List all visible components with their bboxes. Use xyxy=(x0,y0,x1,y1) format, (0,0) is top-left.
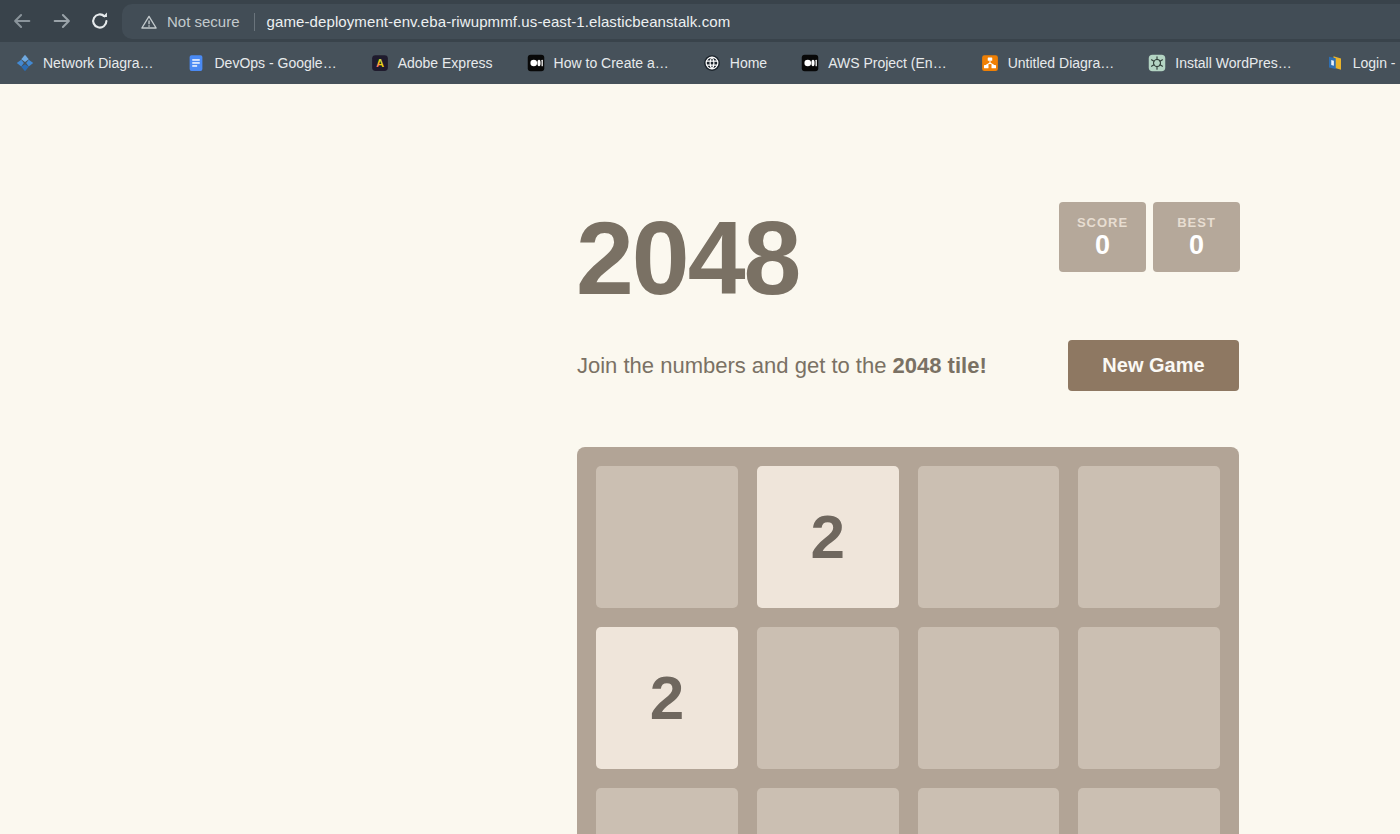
bookmark-devops-google[interactable]: DevOps - Google… xyxy=(187,54,336,72)
bookmark-network-diagram[interactable]: Network Diagra… xyxy=(16,54,153,72)
bookmark-label: Untitled Diagra… xyxy=(1008,55,1115,71)
bookmark-label: DevOps - Google… xyxy=(214,55,336,71)
bookmark-label: How to Create a… xyxy=(554,55,669,71)
game-board: 2 2 xyxy=(577,447,1239,834)
login-icon xyxy=(1326,54,1344,72)
drawio-icon xyxy=(981,54,999,72)
reload-icon xyxy=(89,10,111,32)
board-cell xyxy=(1078,627,1220,769)
address-divider xyxy=(254,13,255,31)
medium-icon xyxy=(527,54,545,72)
game-subtitle: Join the numbers and get to the 2048 til… xyxy=(577,353,987,379)
bookmark-untitled-diagram[interactable]: Untitled Diagra… xyxy=(981,54,1115,72)
bookmark-label: Adobe Express xyxy=(398,55,493,71)
network-diagram-icon xyxy=(16,54,34,72)
subtitle-text: Join the numbers and get to the xyxy=(577,353,893,378)
bookmark-install-wordpress[interactable]: Install WordPres… xyxy=(1148,54,1291,72)
browser-chrome: Not secure game-deployment-env.eba-riwup… xyxy=(0,0,1400,84)
svg-text:A: A xyxy=(376,57,384,69)
new-game-button[interactable]: New Game xyxy=(1068,340,1239,391)
game-page: 2048 SCORE 0 BEST 0 Join the numbers and… xyxy=(0,84,1400,834)
board-cell xyxy=(918,627,1060,769)
board-cell xyxy=(918,788,1060,834)
score-label: SCORE xyxy=(1077,215,1128,230)
best-value: 0 xyxy=(1189,230,1204,261)
board-cell: 2 xyxy=(757,466,899,608)
board-cell xyxy=(596,788,738,834)
board-cell xyxy=(1078,466,1220,608)
board-cell xyxy=(596,466,738,608)
bookmark-label: Install WordPres… xyxy=(1175,55,1291,71)
board-cell xyxy=(757,627,899,769)
chatgpt-icon xyxy=(1148,54,1166,72)
forward-button[interactable] xyxy=(48,7,76,35)
reload-button[interactable] xyxy=(86,7,114,35)
bookmark-adobe-express[interactable]: A Adobe Express xyxy=(371,54,493,72)
browser-toolbar: Not secure game-deployment-env.eba-riwup… xyxy=(0,0,1400,42)
bookmark-aws-project[interactable]: AWS Project (En… xyxy=(801,54,947,72)
bookmark-home[interactable]: Home xyxy=(703,54,767,72)
back-button[interactable] xyxy=(8,7,36,35)
security-label: Not secure xyxy=(167,13,240,30)
bookmark-label: Network Diagra… xyxy=(43,55,153,71)
medium-icon xyxy=(801,54,819,72)
adobe-express-icon: A xyxy=(371,54,389,72)
board-cell xyxy=(757,788,899,834)
subtitle-goal: 2048 tile! xyxy=(893,353,987,378)
best-box: BEST 0 xyxy=(1153,202,1240,272)
bookmark-label: Login - xyxy=(1353,55,1396,71)
bookmark-how-to-create[interactable]: How to Create a… xyxy=(527,54,669,72)
globe-icon xyxy=(703,54,721,72)
bookmark-login[interactable]: Login - xyxy=(1326,54,1396,72)
board-cell xyxy=(1078,788,1220,834)
address-bar[interactable]: Not secure game-deployment-env.eba-riwup… xyxy=(122,4,1400,39)
url-text[interactable]: game-deployment-env.eba-riwupmmf.us-east… xyxy=(267,13,731,30)
board-cell: 2 xyxy=(596,627,738,769)
google-docs-icon xyxy=(187,54,205,72)
back-arrow-icon xyxy=(11,10,33,32)
bookmark-label: Home xyxy=(730,55,767,71)
best-label: BEST xyxy=(1177,215,1216,230)
score-box: SCORE 0 xyxy=(1059,202,1146,272)
game-title: 2048 xyxy=(576,206,799,310)
score-value: 0 xyxy=(1095,230,1110,261)
bookmarks-bar: Network Diagra… DevOps - Google… A Adobe… xyxy=(0,42,1400,84)
not-secure-warning-icon xyxy=(140,13,158,31)
bookmark-label: AWS Project (En… xyxy=(828,55,947,71)
board-cell xyxy=(918,466,1060,608)
forward-arrow-icon xyxy=(51,10,73,32)
score-panel: SCORE 0 BEST 0 xyxy=(1059,202,1240,272)
